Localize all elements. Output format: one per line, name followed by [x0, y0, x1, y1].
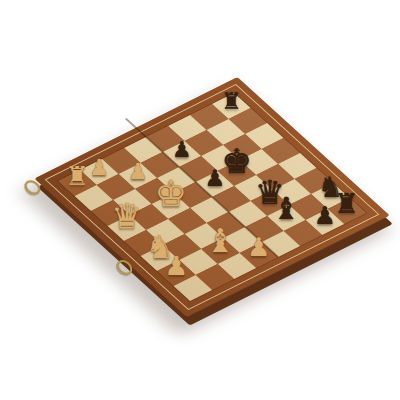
chess-set-photo: ♜♞♜♟♚♛♝♟♟♟♟♚♝♟♜♛♞♟: [0, 0, 400, 400]
piece-white-king[interactable]: ♚: [149, 176, 193, 212]
piece-black-pawn[interactable]: ♟: [160, 139, 204, 160]
piece-black-pawn[interactable]: ♟: [303, 204, 347, 228]
piece-white-pawn[interactable]: ♟: [237, 235, 281, 261]
piece-white-rook[interactable]: ♜: [55, 163, 99, 189]
piece-white-bishop[interactable]: ♝: [198, 225, 242, 257]
piece-black-bishop[interactable]: ♝: [264, 193, 308, 224]
piece-white-queen[interactable]: ♛: [105, 199, 149, 234]
piece-black-rook[interactable]: ♜: [209, 90, 253, 112]
piece-white-pawn[interactable]: ♟: [154, 253, 198, 279]
piece-black-pawn[interactable]: ♟: [193, 167, 237, 190]
